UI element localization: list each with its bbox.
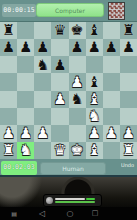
square-c4[interactable]: [34, 91, 51, 108]
square-g5[interactable]: [103, 73, 120, 90]
black-bishop[interactable]: ♝: [88, 23, 101, 38]
square-b4[interactable]: [17, 91, 34, 108]
white-bishop[interactable]: ♝: [88, 92, 101, 107]
square-h7[interactable]: ♟: [120, 39, 137, 56]
square-h3[interactable]: [120, 108, 137, 125]
square-a7[interactable]: ♟: [0, 39, 17, 56]
white-bishop[interactable]: ♝: [88, 143, 101, 158]
square-f8[interactable]: ♝: [86, 22, 103, 39]
square-g7[interactable]: ♟: [103, 39, 120, 56]
square-e8[interactable]: ♚: [69, 22, 86, 39]
square-d4[interactable]: ♟: [51, 91, 68, 108]
computer-player-button[interactable]: Computer: [36, 3, 104, 17]
square-c2[interactable]: ♟: [34, 125, 51, 142]
black-clock: 00:00:15: [2, 4, 36, 17]
square-f4[interactable]: ♝: [86, 91, 103, 108]
square-a5[interactable]: [0, 73, 17, 90]
chessboard-thumbnail-icon[interactable]: [108, 2, 125, 20]
white-pawn[interactable]: ♟: [36, 126, 49, 141]
square-a6[interactable]: [0, 56, 17, 73]
square-f1[interactable]: ♝: [86, 142, 103, 159]
square-f6[interactable]: [86, 56, 103, 73]
square-c6[interactable]: ♞: [34, 56, 51, 73]
black-pawn[interactable]: ♟: [88, 40, 101, 55]
black-pawn[interactable]: ♟: [53, 58, 66, 73]
black-knight[interactable]: ♞: [71, 92, 84, 107]
square-e1[interactable]: ♚: [69, 142, 86, 159]
square-g8[interactable]: [103, 22, 120, 39]
status-icon: ▤: [9, 207, 19, 220]
square-c8[interactable]: [34, 22, 51, 39]
square-d5[interactable]: [51, 73, 68, 90]
black-pawn[interactable]: ♟: [2, 40, 15, 55]
square-e5[interactable]: ♟: [69, 73, 86, 90]
square-d2[interactable]: [51, 125, 68, 142]
black-pawn[interactable]: ♟: [71, 40, 84, 55]
notification-toast: [43, 194, 102, 207]
android-nav-bar: ▤ ◁ ○ □: [0, 207, 137, 220]
square-f3[interactable]: ♞: [86, 108, 103, 125]
square-e4[interactable]: ♞: [69, 91, 86, 108]
square-c5[interactable]: [34, 73, 51, 90]
white-pawn[interactable]: ♟: [88, 126, 101, 141]
toast-badge: [86, 198, 95, 200]
square-d8[interactable]: ♛: [51, 22, 68, 39]
square-b2[interactable]: ♟: [17, 125, 34, 142]
square-d7[interactable]: [51, 39, 68, 56]
human-player-button[interactable]: Human: [40, 162, 106, 175]
black-rook[interactable]: ♜: [122, 23, 135, 38]
square-e6[interactable]: [69, 56, 86, 73]
square-a2[interactable]: ♟: [0, 125, 17, 142]
square-a1[interactable]: ♜: [0, 142, 17, 159]
notification-text: [55, 197, 99, 204]
square-b7[interactable]: ♟: [17, 39, 34, 56]
bottom-bar: 00:02:03 Human Undo: [0, 159, 137, 177]
square-g2[interactable]: ♟: [103, 125, 120, 142]
black-rook[interactable]: ♜: [2, 23, 15, 38]
white-king[interactable]: ♚: [71, 143, 84, 158]
toast-text-line1: [55, 198, 85, 200]
square-b5[interactable]: [17, 73, 34, 90]
square-c1[interactable]: [34, 142, 51, 159]
square-h4[interactable]: [120, 91, 137, 108]
square-b1[interactable]: ♞: [17, 142, 34, 159]
square-h5[interactable]: [120, 73, 137, 90]
square-g3[interactable]: [103, 108, 120, 125]
square-g6[interactable]: [103, 56, 120, 73]
square-d6[interactable]: ♟: [51, 56, 68, 73]
undo-button[interactable]: Undo: [121, 162, 137, 175]
square-f7[interactable]: ♟: [86, 39, 103, 56]
square-c7[interactable]: ♟: [34, 39, 51, 56]
square-e7[interactable]: ♟: [69, 39, 86, 56]
white-pawn[interactable]: ♟: [71, 75, 84, 90]
square-e3[interactable]: [69, 108, 86, 125]
app-screen: 00:00:15 Computer ♜♛♚♝♜♟♟♟♟♟♟♟♞♟♟♝♟♞♝♞♟♟…: [0, 0, 137, 220]
black-bishop[interactable]: ♝: [88, 75, 101, 90]
top-bar: 00:00:15 Computer: [0, 0, 137, 22]
square-b3[interactable]: [17, 108, 34, 125]
black-pawn[interactable]: ♟: [105, 40, 118, 55]
square-a8[interactable]: ♜: [0, 22, 17, 39]
white-pawn[interactable]: ♟: [2, 126, 15, 141]
black-queen[interactable]: ♛: [53, 23, 66, 38]
black-knight[interactable]: ♞: [36, 58, 49, 73]
square-e2[interactable]: [69, 125, 86, 142]
white-clock: 00:02:03: [1, 161, 37, 175]
white-knight[interactable]: ♞: [88, 109, 101, 124]
chess-board: ♜♛♚♝♜♟♟♟♟♟♟♟♞♟♟♝♟♞♝♞♟♟♟♟♟♟♜♞♛♚♝♜: [0, 22, 137, 159]
square-h8[interactable]: ♜: [120, 22, 137, 39]
square-f5[interactable]: ♝: [86, 73, 103, 90]
black-pawn[interactable]: ♟: [19, 40, 32, 55]
square-b8[interactable]: [17, 22, 34, 39]
square-c3[interactable]: [34, 108, 51, 125]
square-g1[interactable]: [103, 142, 120, 159]
white-queen[interactable]: ♛: [53, 143, 66, 158]
black-pawn[interactable]: ♟: [36, 40, 49, 55]
square-d3[interactable]: [51, 108, 68, 125]
white-pawn[interactable]: ♟: [105, 126, 118, 141]
back-icon[interactable]: ◁: [37, 207, 47, 220]
square-h6[interactable]: [120, 56, 137, 73]
white-rook[interactable]: ♜: [2, 143, 15, 158]
square-h2[interactable]: ♟: [120, 125, 137, 142]
square-d1[interactable]: ♛: [51, 142, 68, 159]
square-h1[interactable]: ♜: [120, 142, 137, 159]
white-pawn[interactable]: ♟: [122, 126, 135, 141]
home-icon[interactable]: ○: [65, 207, 75, 220]
white-pawn[interactable]: ♟: [53, 92, 66, 107]
white-knight[interactable]: ♞: [19, 143, 32, 158]
square-b6[interactable]: [17, 56, 34, 73]
white-rook[interactable]: ♜: [122, 143, 135, 158]
black-pawn[interactable]: ♟: [122, 40, 135, 55]
recents-icon[interactable]: □: [90, 207, 100, 220]
square-a3[interactable]: [0, 108, 17, 125]
notification-app-icon: [46, 197, 53, 204]
square-a4[interactable]: [0, 91, 17, 108]
toast-text-line2: [55, 201, 95, 203]
square-f2[interactable]: ♟: [86, 125, 103, 142]
white-pawn[interactable]: ♟: [19, 126, 32, 141]
black-king[interactable]: ♚: [71, 23, 84, 38]
square-g4[interactable]: [103, 91, 120, 108]
